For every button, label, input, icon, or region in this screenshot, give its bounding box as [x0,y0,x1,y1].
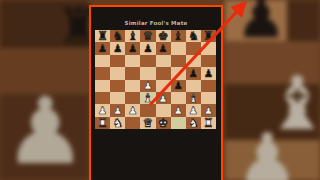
black-bishop: ♝ [127,30,138,42]
square-g3: ♝ [186,92,201,104]
white-king: ♚ [158,116,169,128]
square-d5 [140,67,155,79]
square-c7: ♟ [125,42,140,54]
white-bishop: ♝ [143,92,154,104]
video-frame: Similar Fool's Mate ♜♞♝♛♚♝♞♜♟♟♟♟♟♟♟♟♟♝♟♝… [89,5,223,180]
white-pawn: ♟ [113,105,122,116]
square-d3: ♝ [140,92,155,104]
square-h6 [201,55,216,67]
black-pawn: ♟ [143,43,152,54]
video-title: Similar Fool's Mate [91,20,221,26]
square-a6 [95,55,110,67]
square-e3: ♟ [156,92,171,104]
square-d8: ♛ [140,30,155,42]
black-pawn: ♟ [128,43,137,54]
black-pawn: ♟ [189,68,198,79]
white-pawn: ♟ [98,105,107,116]
square-a4 [95,80,110,92]
square-a5 [95,67,110,79]
square-g5: ♟ [186,67,201,79]
square-f7 [171,42,186,54]
square-g8: ♞ [186,30,201,42]
black-pawn: ♟ [173,80,182,91]
square-b3 [110,92,125,104]
black-rook: ♜ [97,30,108,42]
square-b6 [110,55,125,67]
square-a8: ♜ [95,30,110,42]
white-pawn: ♟ [128,105,137,116]
square-h7 [201,42,216,54]
square-g6 [186,55,201,67]
square-e7: ♟ [156,42,171,54]
black-king: ♚ [158,30,169,42]
square-b4 [110,80,125,92]
black-knight: ♞ [112,30,123,42]
square-d1: ♛ [140,117,155,129]
white-pawn: ♟ [158,92,167,103]
square-f4: ♟ [171,80,186,92]
black-pawn: ♟ [113,43,122,54]
square-g7 [186,42,201,54]
black-pawn: ♟ [98,43,107,54]
square-b1: ♞ [110,117,125,129]
square-e4 [156,80,171,92]
square-f6 [171,55,186,67]
square-e1: ♚ [156,117,171,129]
square-f8: ♝ [171,30,186,42]
white-rook: ♜ [97,116,108,128]
chess-board: ♜♞♝♛♚♝♞♜♟♟♟♟♟♟♟♟♟♝♟♝♟♟♟♟♟♟♜♞♛♚♞♜ [95,30,216,129]
square-f3 [171,92,186,104]
square-c5 [125,67,140,79]
black-rook: ♜ [203,30,214,42]
square-f2: ♟ [171,104,186,116]
black-pawn: ♟ [204,68,213,79]
square-d6 [140,55,155,67]
thumbnail-canvas: ♜♟♝♟♟ Similar Fool's Mate ♜♞♝♛♚♝♞♜♟♟♟♟♟♟… [0,0,320,180]
black-knight: ♞ [188,30,199,42]
square-h3 [201,92,216,104]
white-pawn: ♟ [189,105,198,116]
white-knight: ♞ [188,116,199,128]
black-pawn: ♟ [158,43,167,54]
square-f5 [171,67,186,79]
white-pawn: ♟ [173,105,182,116]
square-b7: ♟ [110,42,125,54]
white-pawn: ♟ [204,105,213,116]
square-b5 [110,67,125,79]
white-bishop: ♝ [188,92,199,104]
white-rook: ♜ [203,116,214,128]
square-c2: ♟ [125,104,140,116]
white-knight: ♞ [112,116,123,128]
square-h4 [201,80,216,92]
square-c1 [125,117,140,129]
square-e6 [156,55,171,67]
black-queen: ♛ [143,30,154,42]
square-c3 [125,92,140,104]
square-h5: ♟ [201,67,216,79]
white-queen: ♛ [143,116,154,128]
square-c6 [125,55,140,67]
square-h1: ♜ [201,117,216,129]
square-a3 [95,92,110,104]
square-d7: ♟ [140,42,155,54]
square-h8: ♜ [201,30,216,42]
square-a1: ♜ [95,117,110,129]
square-f1 [171,117,186,129]
white-pawn: ♟ [143,80,152,91]
square-e8: ♚ [156,30,171,42]
square-b8: ♞ [110,30,125,42]
square-g1: ♞ [186,117,201,129]
square-a7: ♟ [95,42,110,54]
black-bishop: ♝ [173,30,184,42]
square-e5 [156,67,171,79]
square-c4 [125,80,140,92]
square-c8: ♝ [125,30,140,42]
